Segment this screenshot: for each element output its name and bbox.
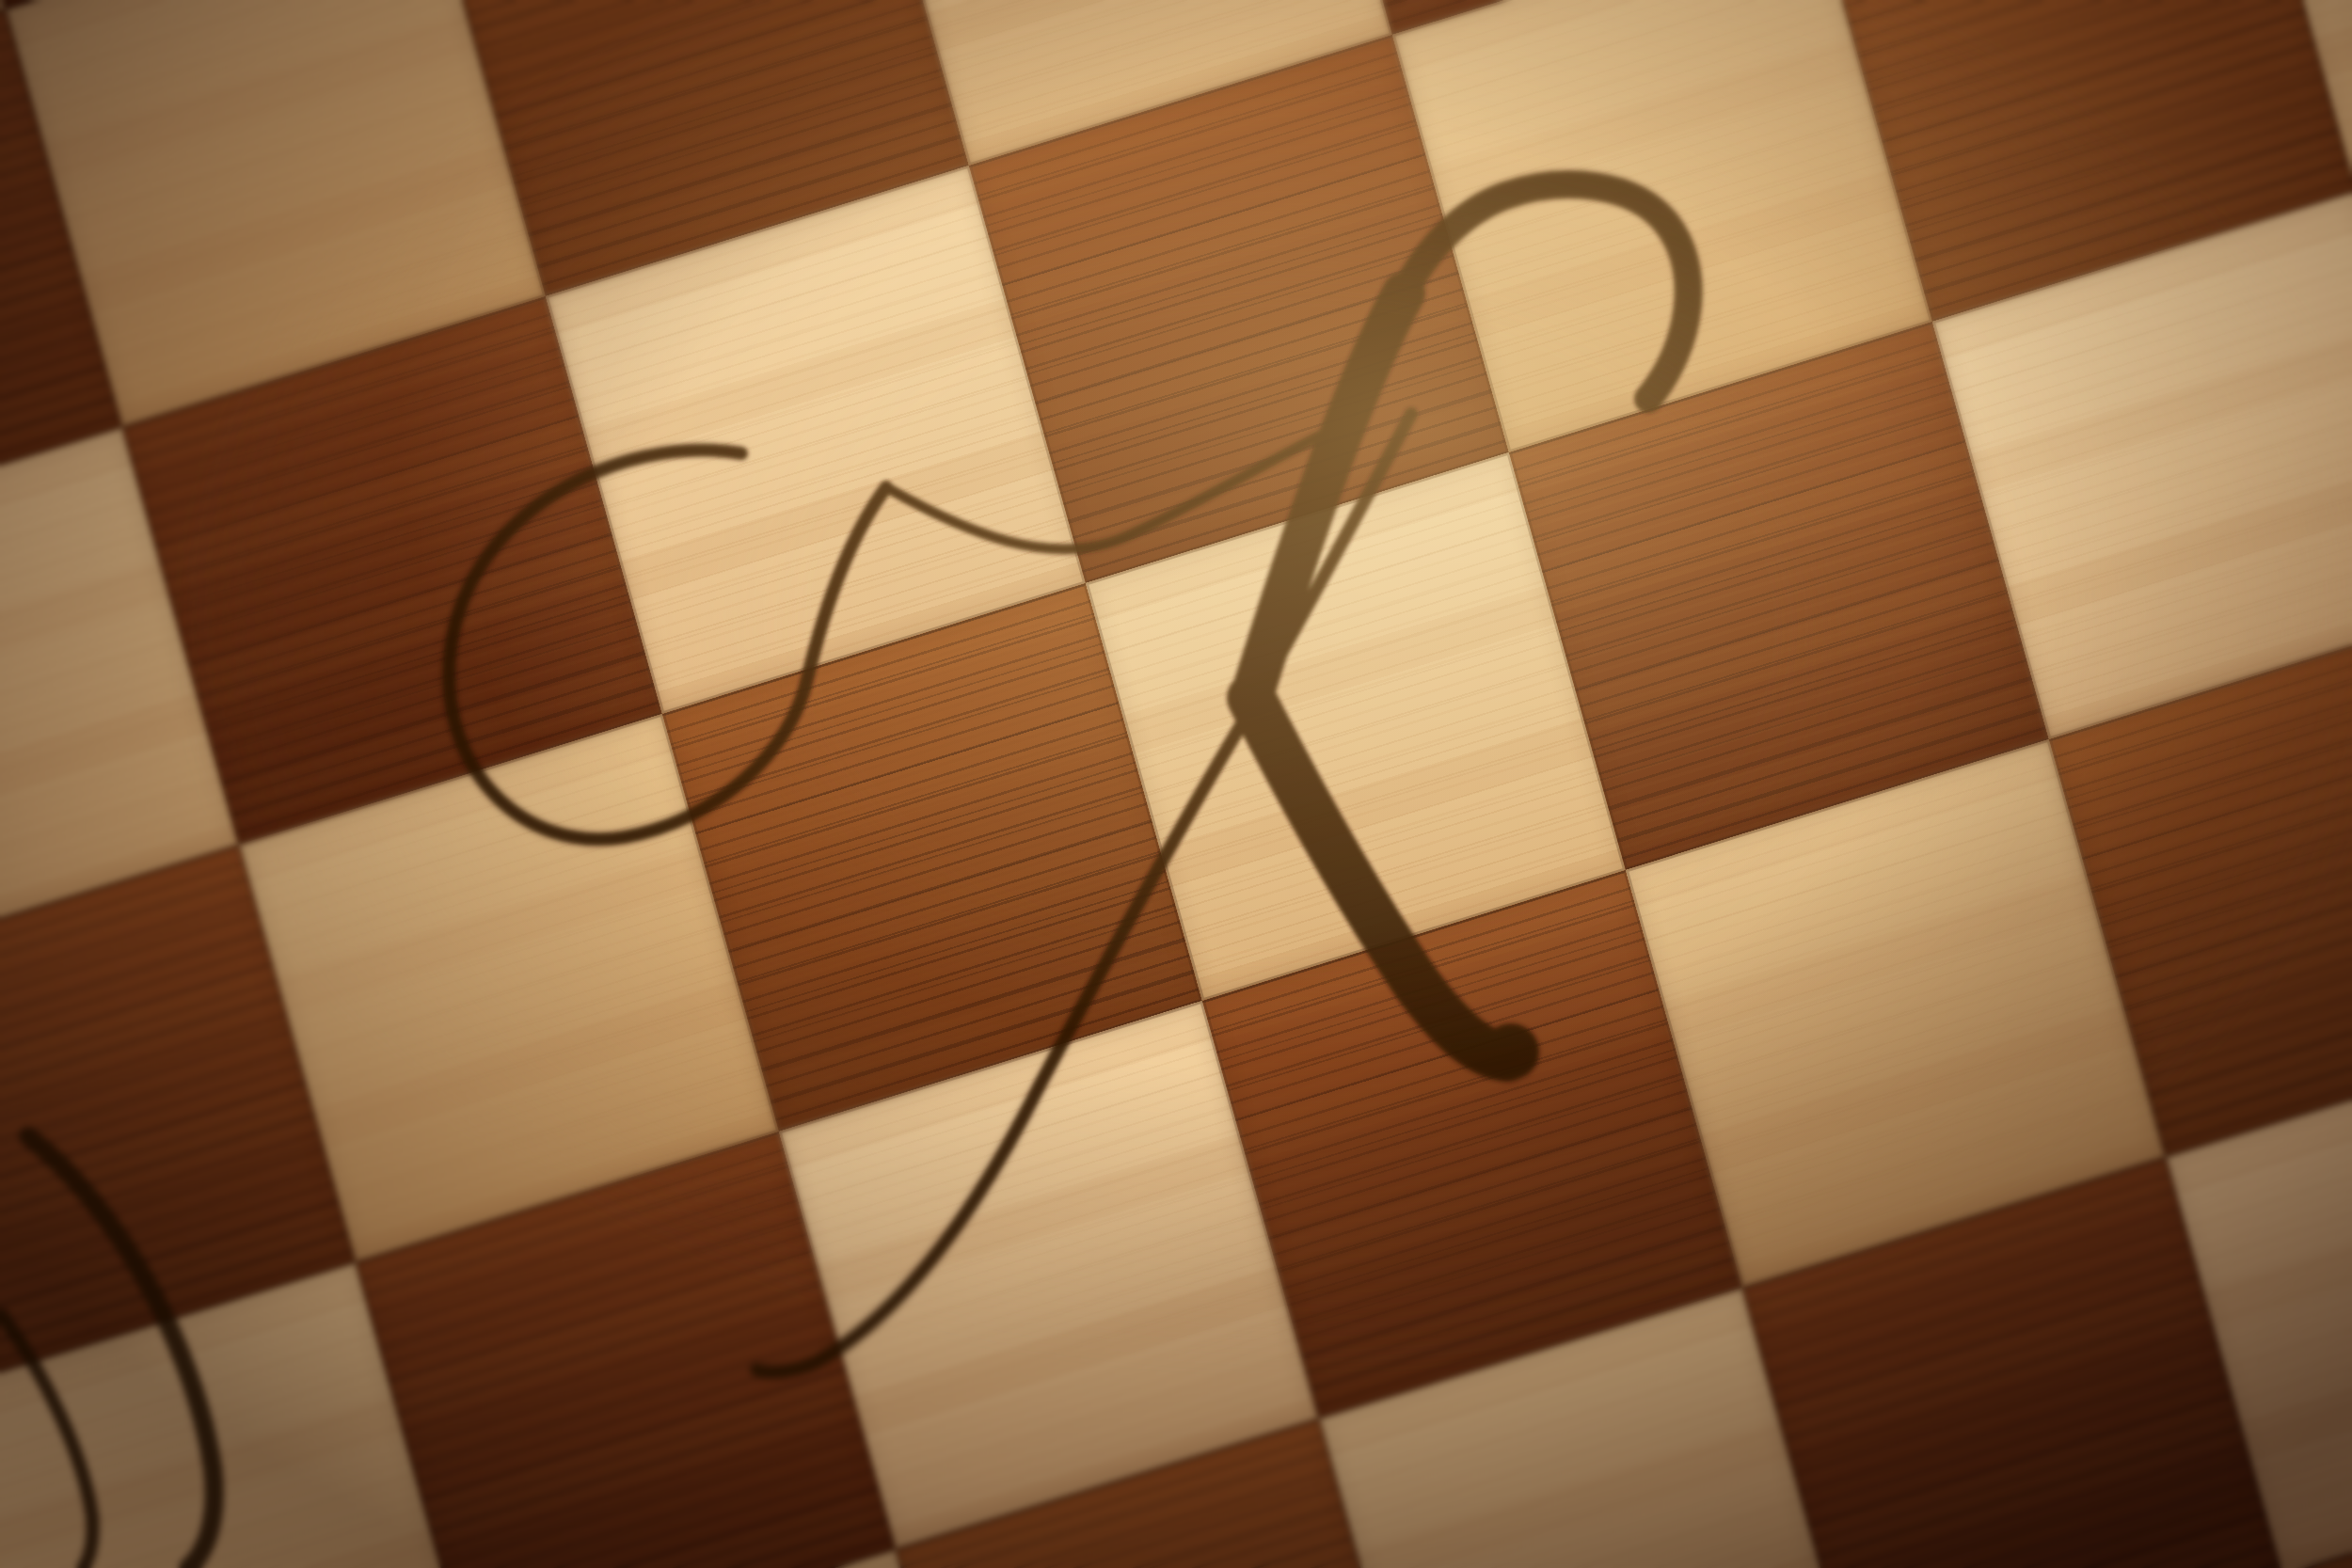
chessboard xyxy=(0,0,2352,1568)
board-photo: K K xyxy=(0,0,2352,1568)
